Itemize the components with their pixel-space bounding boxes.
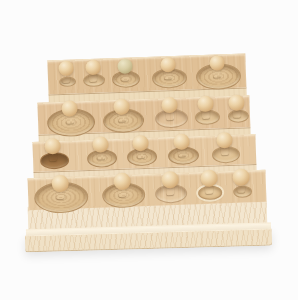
block-1-cylinder-3-knob xyxy=(117,58,133,74)
block-2-cylinder-4-knob xyxy=(197,95,214,112)
block-1-cylinder-5-knob xyxy=(209,55,225,71)
product-photo-montessori-cylinder-blocks: Product photo of a Montessori knobbed cy… xyxy=(0,0,298,300)
block-1-cylinder-1-knob xyxy=(58,60,74,76)
block-2-cylinder-5-knob xyxy=(228,94,245,111)
block-4-cylinder-3-knob xyxy=(161,171,179,189)
block-1-cylinder-4-knob xyxy=(160,57,176,73)
block-4-cylinder-4-knob xyxy=(200,169,218,187)
block-2-cylinder-1-knob xyxy=(61,100,78,117)
block-4-cylinder-2-knob xyxy=(113,172,131,190)
block-1-cylinder-2-knob xyxy=(85,59,101,75)
block-4-cylinder-1-knob xyxy=(51,174,69,192)
block-1-top-face xyxy=(47,54,246,95)
block-1 xyxy=(47,54,246,102)
block-2-cylinder-2-knob xyxy=(113,98,130,115)
block-2-cylinder-3-knob xyxy=(161,96,178,113)
block-4-cylinder-5-knob xyxy=(232,168,250,186)
